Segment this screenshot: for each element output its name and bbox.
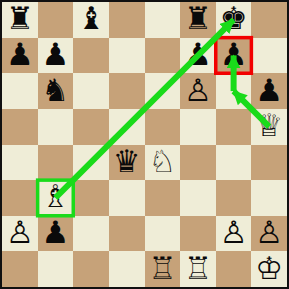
square-g1[interactable] [216,251,252,287]
square-a1[interactable] [2,251,38,287]
square-g8[interactable]: ♚ [216,2,252,38]
square-g2[interactable]: ♙ [216,216,252,252]
square-d5[interactable] [109,109,145,145]
square-f2[interactable] [180,216,216,252]
square-e1[interactable]: ♖ [145,251,181,287]
square-e5[interactable] [145,109,181,145]
square-d1[interactable] [109,251,145,287]
square-a3[interactable] [2,180,38,216]
square-c6[interactable] [73,73,109,109]
square-d2[interactable] [109,216,145,252]
square-h8[interactable] [251,2,287,38]
square-c2[interactable] [73,216,109,252]
square-g6[interactable] [216,73,252,109]
square-a4[interactable] [2,145,38,181]
square-f8[interactable]: ♜ [180,2,216,38]
piece-black-pawn[interactable]: ♟ [220,39,248,70]
square-c3[interactable] [73,180,109,216]
square-h4[interactable] [251,145,287,181]
square-h3[interactable] [251,180,287,216]
square-g7[interactable]: ♟ [216,38,252,74]
square-f3[interactable] [180,180,216,216]
piece-black-pawn[interactable]: ♟ [42,39,70,70]
square-c4[interactable] [73,145,109,181]
square-d6[interactable] [109,73,145,109]
square-f6[interactable]: ♙ [180,73,216,109]
square-b6[interactable]: ♞ [38,73,74,109]
piece-black-rook[interactable]: ♜ [6,3,34,34]
square-b4[interactable] [38,145,74,181]
piece-white-pawn[interactable]: ♙ [220,217,248,248]
piece-white-knight[interactable]: ♘ [148,146,176,177]
square-h2[interactable]: ♙ [251,216,287,252]
square-g5[interactable] [216,109,252,145]
square-c7[interactable] [73,38,109,74]
piece-white-rook[interactable]: ♖ [148,253,176,284]
square-b5[interactable] [38,109,74,145]
board-squares: ♜♝♜♚♟♟♟♟♞♙♟♕♛♘♗♙♟♙♙♖♖♔ [2,2,287,287]
square-f7[interactable]: ♟ [180,38,216,74]
square-h6[interactable]: ♟ [251,73,287,109]
square-a7[interactable]: ♟ [2,38,38,74]
piece-white-pawn[interactable]: ♙ [184,75,212,106]
square-e6[interactable] [145,73,181,109]
square-c1[interactable] [73,251,109,287]
piece-black-pawn[interactable]: ♟ [255,75,283,106]
square-c5[interactable] [73,109,109,145]
piece-black-rook[interactable]: ♜ [184,3,212,34]
square-h7[interactable] [251,38,287,74]
piece-black-pawn[interactable]: ♟ [42,217,70,248]
square-f1[interactable]: ♖ [180,251,216,287]
square-e4[interactable]: ♘ [145,145,181,181]
square-a8[interactable]: ♜ [2,2,38,38]
square-b2[interactable]: ♟ [38,216,74,252]
square-a5[interactable] [2,109,38,145]
square-g3[interactable] [216,180,252,216]
piece-black-knight[interactable]: ♞ [42,75,70,106]
square-d3[interactable] [109,180,145,216]
square-a6[interactable] [2,73,38,109]
square-b1[interactable] [38,251,74,287]
piece-black-king[interactable]: ♚ [220,3,248,34]
square-h5[interactable]: ♕ [251,109,287,145]
square-h1[interactable]: ♔ [251,251,287,287]
square-d7[interactable] [109,38,145,74]
chess-board: ♜♝♜♚♟♟♟♟♞♙♟♕♛♘♗♙♟♙♙♖♖♔ [0,0,289,289]
piece-white-queen[interactable]: ♕ [255,110,283,141]
square-d4[interactable]: ♛ [109,145,145,181]
square-g4[interactable] [216,145,252,181]
square-e2[interactable] [145,216,181,252]
square-f4[interactable] [180,145,216,181]
square-c8[interactable]: ♝ [73,2,109,38]
piece-white-pawn[interactable]: ♙ [6,217,34,248]
piece-white-pawn[interactable]: ♙ [255,217,283,248]
square-f5[interactable] [180,109,216,145]
piece-black-pawn[interactable]: ♟ [6,39,34,70]
piece-black-bishop[interactable]: ♝ [77,3,105,34]
square-e8[interactable] [145,2,181,38]
piece-black-queen[interactable]: ♛ [113,146,141,177]
square-b8[interactable] [38,2,74,38]
piece-white-rook[interactable]: ♖ [184,253,212,284]
square-b7[interactable]: ♟ [38,38,74,74]
square-b3[interactable]: ♗ [38,180,74,216]
piece-white-bishop[interactable]: ♗ [42,181,70,212]
piece-black-pawn[interactable]: ♟ [184,39,212,70]
square-e7[interactable] [145,38,181,74]
square-e3[interactable] [145,180,181,216]
square-a2[interactable]: ♙ [2,216,38,252]
square-d8[interactable] [109,2,145,38]
piece-white-king[interactable]: ♔ [255,253,283,284]
